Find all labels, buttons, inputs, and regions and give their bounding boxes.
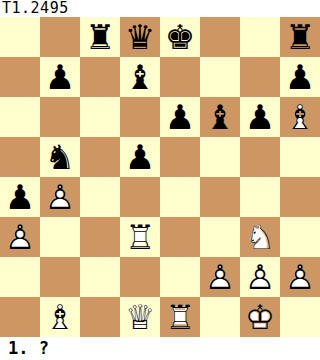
square-f3[interactable] <box>200 217 240 257</box>
black-bishop-glyph: ♝ <box>200 97 240 137</box>
black-pawn-glyph: ♟ <box>240 97 280 137</box>
black-pawn-glyph: ♟ <box>160 97 200 137</box>
white-pawn-outline: ♙ <box>280 257 320 297</box>
white-king-fill: ♚ <box>240 297 280 337</box>
white-pawn-fill: ♟ <box>280 257 320 297</box>
square-d1[interactable]: ♛♕ <box>120 297 160 337</box>
white-pawn[interactable]: ♟♙ <box>40 177 80 217</box>
white-bishop[interactable]: ♝♗ <box>280 97 320 137</box>
square-a7[interactable] <box>0 57 40 97</box>
square-d5[interactable]: ♟ <box>120 137 160 177</box>
square-a8[interactable] <box>0 17 40 57</box>
square-h1[interactable] <box>280 297 320 337</box>
square-d6[interactable] <box>120 97 160 137</box>
black-pawn-glyph: ♟ <box>280 57 320 97</box>
white-rook-outline: ♖ <box>120 217 160 257</box>
black-rook[interactable]: ♜ <box>280 17 320 57</box>
square-e1[interactable]: ♜♖ <box>160 297 200 337</box>
square-b3[interactable] <box>40 217 80 257</box>
square-b1[interactable]: ♝♗ <box>40 297 80 337</box>
white-pawn[interactable]: ♟♙ <box>200 257 240 297</box>
white-knight-fill: ♞ <box>240 217 280 257</box>
white-pawn[interactable]: ♟♙ <box>240 257 280 297</box>
square-c7[interactable] <box>80 57 120 97</box>
square-a1[interactable] <box>0 297 40 337</box>
square-h7[interactable]: ♟ <box>280 57 320 97</box>
white-pawn[interactable]: ♟♙ <box>0 217 40 257</box>
square-a4[interactable]: ♟ <box>0 177 40 217</box>
square-h3[interactable] <box>280 217 320 257</box>
square-a5[interactable] <box>0 137 40 177</box>
square-f6[interactable]: ♝ <box>200 97 240 137</box>
square-a6[interactable] <box>0 97 40 137</box>
square-a2[interactable] <box>0 257 40 297</box>
white-king[interactable]: ♚♔ <box>240 297 280 337</box>
square-e8[interactable]: ♚ <box>160 17 200 57</box>
square-g8[interactable] <box>240 17 280 57</box>
square-h4[interactable] <box>280 177 320 217</box>
black-pawn[interactable]: ♟ <box>40 57 80 97</box>
white-rook[interactable]: ♜♖ <box>160 297 200 337</box>
square-b8[interactable] <box>40 17 80 57</box>
white-queen-fill: ♛ <box>120 297 160 337</box>
white-rook-fill: ♜ <box>160 297 200 337</box>
black-king-glyph: ♚ <box>160 17 200 57</box>
square-c1[interactable] <box>80 297 120 337</box>
square-d3[interactable]: ♜♖ <box>120 217 160 257</box>
black-pawn[interactable]: ♟ <box>240 97 280 137</box>
white-rook[interactable]: ♜♖ <box>120 217 160 257</box>
white-pawn-outline: ♙ <box>0 217 40 257</box>
square-f8[interactable] <box>200 17 240 57</box>
black-bishop[interactable]: ♝ <box>200 97 240 137</box>
white-pawn-outline: ♙ <box>240 257 280 297</box>
white-pawn-fill: ♟ <box>240 257 280 297</box>
black-pawn[interactable]: ♟ <box>280 57 320 97</box>
square-b6[interactable] <box>40 97 80 137</box>
square-e7[interactable] <box>160 57 200 97</box>
square-h6[interactable]: ♝♗ <box>280 97 320 137</box>
square-e2[interactable] <box>160 257 200 297</box>
white-pawn[interactable]: ♟♙ <box>280 257 320 297</box>
white-bishop-fill: ♝ <box>40 297 80 337</box>
square-d7[interactable]: ♝ <box>120 57 160 97</box>
square-b5[interactable]: ♞ <box>40 137 80 177</box>
black-pawn-glyph: ♟ <box>120 137 160 177</box>
black-pawn-glyph: ♟ <box>40 57 80 97</box>
black-bishop[interactable]: ♝ <box>120 57 160 97</box>
square-g4[interactable] <box>240 177 280 217</box>
square-c2[interactable] <box>80 257 120 297</box>
square-e6[interactable]: ♟ <box>160 97 200 137</box>
black-rook-glyph: ♜ <box>80 17 120 57</box>
black-pawn[interactable]: ♟ <box>0 177 40 217</box>
black-queen[interactable]: ♛ <box>120 17 160 57</box>
square-b2[interactable] <box>40 257 80 297</box>
square-d4[interactable] <box>120 177 160 217</box>
white-queen-outline: ♕ <box>120 297 160 337</box>
white-bishop[interactable]: ♝♗ <box>40 297 80 337</box>
white-bishop-fill: ♝ <box>280 97 320 137</box>
black-pawn[interactable]: ♟ <box>120 137 160 177</box>
white-pawn-outline: ♙ <box>40 177 80 217</box>
white-knight[interactable]: ♞♘ <box>240 217 280 257</box>
white-pawn-outline: ♙ <box>200 257 240 297</box>
square-f5[interactable] <box>200 137 240 177</box>
white-bishop-outline: ♗ <box>40 297 80 337</box>
white-rook-outline: ♖ <box>160 297 200 337</box>
white-rook-fill: ♜ <box>120 217 160 257</box>
white-bishop-outline: ♗ <box>280 97 320 137</box>
square-g7[interactable] <box>240 57 280 97</box>
chess-puzzle-viewer: T1.2495 ♜♛♚♜♟♝♟♟♝♟♝♗♞♟♟♟♙♟♙♜♖♞♘♟♙♟♙♟♙♝♗♛… <box>0 0 320 360</box>
square-e3[interactable] <box>160 217 200 257</box>
black-rook[interactable]: ♜ <box>80 17 120 57</box>
square-h5[interactable] <box>280 137 320 177</box>
white-pawn-fill: ♟ <box>40 177 80 217</box>
black-king[interactable]: ♚ <box>160 17 200 57</box>
square-b4[interactable]: ♟♙ <box>40 177 80 217</box>
square-a3[interactable]: ♟♙ <box>0 217 40 257</box>
move-prompt: 1. ? <box>0 337 320 360</box>
square-g1[interactable]: ♚♔ <box>240 297 280 337</box>
square-c8[interactable]: ♜ <box>80 17 120 57</box>
black-knight-glyph: ♞ <box>40 137 80 177</box>
chess-board: ♜♛♚♜♟♝♟♟♝♟♝♗♞♟♟♟♙♟♙♜♖♞♘♟♙♟♙♟♙♝♗♛♕♜♖♚♔ <box>0 17 320 337</box>
square-g3[interactable]: ♞♘ <box>240 217 280 257</box>
white-knight-outline: ♘ <box>240 217 280 257</box>
square-c6[interactable] <box>80 97 120 137</box>
white-king-outline: ♔ <box>240 297 280 337</box>
black-pawn[interactable]: ♟ <box>160 97 200 137</box>
puzzle-title: T1.2495 <box>0 0 320 17</box>
square-c4[interactable] <box>80 177 120 217</box>
black-pawn-glyph: ♟ <box>0 177 40 217</box>
white-pawn-fill: ♟ <box>200 257 240 297</box>
square-d2[interactable] <box>120 257 160 297</box>
square-f4[interactable] <box>200 177 240 217</box>
square-f1[interactable] <box>200 297 240 337</box>
white-pawn-fill: ♟ <box>0 217 40 257</box>
square-e4[interactable] <box>160 177 200 217</box>
square-g2[interactable]: ♟♙ <box>240 257 280 297</box>
square-f2[interactable]: ♟♙ <box>200 257 240 297</box>
square-e5[interactable] <box>160 137 200 177</box>
square-g6[interactable]: ♟ <box>240 97 280 137</box>
square-h8[interactable]: ♜ <box>280 17 320 57</box>
black-knight[interactable]: ♞ <box>40 137 80 177</box>
black-rook-glyph: ♜ <box>280 17 320 57</box>
square-c3[interactable] <box>80 217 120 257</box>
square-b7[interactable]: ♟ <box>40 57 80 97</box>
square-c5[interactable] <box>80 137 120 177</box>
black-queen-glyph: ♛ <box>120 17 160 57</box>
square-f7[interactable] <box>200 57 240 97</box>
white-queen[interactable]: ♛♕ <box>120 297 160 337</box>
square-d8[interactable]: ♛ <box>120 17 160 57</box>
square-h2[interactable]: ♟♙ <box>280 257 320 297</box>
square-g5[interactable] <box>240 137 280 177</box>
black-bishop-glyph: ♝ <box>120 57 160 97</box>
